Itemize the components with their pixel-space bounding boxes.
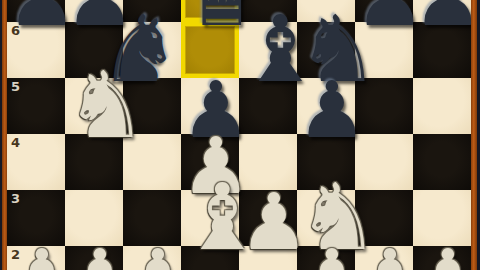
black-queen-d7[interactable]: ♛ [181,0,239,40]
black-pawn-a7[interactable]: ♟ [7,0,65,37]
chess-board: 65432♟♟♛♟♟♞♝♞♞♟♟♟♝♟♞♟♟♟♟♟♟ [7,0,471,270]
rank-label-3: 3 [11,192,20,205]
chess-app-screen: 65432♟♟♛♟♟♞♝♞♞♟♟♟♝♟♞♟♟♟♟♟♟ [0,0,480,270]
black-pawn-f5[interactable]: ♟ [297,71,355,149]
white-pawn-h2[interactable]: ♟ [413,239,471,270]
square-a4[interactable]: 4 [7,134,65,190]
black-pawn-h7[interactable]: ♟ [413,0,471,37]
rank-label-4: 4 [11,136,20,149]
white-pawn-b2[interactable]: ♟ [65,239,123,270]
white-knight-b5[interactable]: ♞ [65,60,123,152]
board-left-wood-border [2,0,7,270]
white-pawn-e3[interactable]: ♟ [239,183,297,261]
white-pawn-g2[interactable]: ♟ [355,239,413,270]
white-pawn-f2[interactable]: ♟ [297,239,355,270]
square-h5[interactable] [413,78,471,134]
white-pawn-c2[interactable]: ♟ [123,239,181,270]
rank-label-5: 5 [11,80,20,93]
square-a5[interactable]: 5 [7,78,65,134]
square-h4[interactable] [413,134,471,190]
white-pawn-a2[interactable]: ♟ [7,239,65,270]
